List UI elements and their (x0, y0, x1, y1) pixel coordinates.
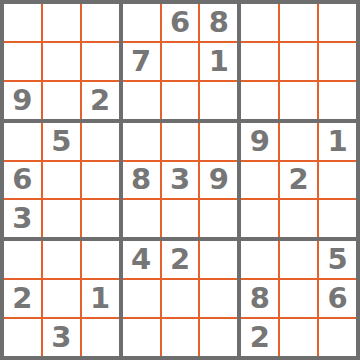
cell-r9c7[interactable]: 2 (241, 319, 278, 356)
cell-r2c6[interactable]: 1 (200, 43, 237, 80)
cell-r4c9[interactable]: 1 (319, 123, 356, 160)
cell-r1c5[interactable]: 6 (162, 4, 199, 41)
cell-r7c6[interactable] (200, 241, 237, 278)
cell-r4c6[interactable] (200, 123, 237, 160)
cell-r8c1[interactable]: 2 (4, 280, 41, 317)
cell-r8c9[interactable]: 6 (319, 280, 356, 317)
cell-r5c6[interactable]: 9 (200, 162, 237, 199)
cell-r3c3[interactable]: 2 (82, 82, 119, 119)
cell-r3c7[interactable] (241, 82, 278, 119)
cell-r6c2[interactable] (43, 200, 80, 237)
block-6: 912 (241, 123, 356, 238)
cell-r2c1[interactable] (4, 43, 41, 80)
cell-r2c9[interactable] (319, 43, 356, 80)
cell-r9c5[interactable] (162, 319, 199, 356)
cell-r9c9[interactable] (319, 319, 356, 356)
block-9: 5862 (241, 241, 356, 356)
cell-r3c9[interactable] (319, 82, 356, 119)
cell-r3c4[interactable] (123, 82, 160, 119)
block-1: 92 (4, 4, 119, 119)
cell-r4c8[interactable] (280, 123, 317, 160)
cell-r1c8[interactable] (280, 4, 317, 41)
cell-r2c8[interactable] (280, 43, 317, 80)
cell-r7c2[interactable] (43, 241, 80, 278)
block-8: 42 (123, 241, 238, 356)
cell-r1c9[interactable] (319, 4, 356, 41)
cell-r2c3[interactable] (82, 43, 119, 80)
cell-r1c4[interactable] (123, 4, 160, 41)
cell-r4c7[interactable]: 9 (241, 123, 278, 160)
cell-r8c4[interactable] (123, 280, 160, 317)
cell-r6c3[interactable] (82, 200, 119, 237)
block-7: 213 (4, 241, 119, 356)
cell-r7c9[interactable]: 5 (319, 241, 356, 278)
cell-r3c8[interactable] (280, 82, 317, 119)
cell-r9c4[interactable] (123, 319, 160, 356)
cell-r9c1[interactable] (4, 319, 41, 356)
block-2: 6871 (123, 4, 238, 119)
cell-r2c2[interactable] (43, 43, 80, 80)
cell-r7c8[interactable] (280, 241, 317, 278)
cell-r9c6[interactable] (200, 319, 237, 356)
cell-r2c4[interactable]: 7 (123, 43, 160, 80)
cell-r8c2[interactable] (43, 280, 80, 317)
cell-r1c6[interactable]: 8 (200, 4, 237, 41)
cell-r7c7[interactable] (241, 241, 278, 278)
cell-r2c7[interactable] (241, 43, 278, 80)
cell-r4c2[interactable]: 5 (43, 123, 80, 160)
cell-r1c2[interactable] (43, 4, 80, 41)
cell-r1c1[interactable] (4, 4, 41, 41)
block-5: 839 (123, 123, 238, 238)
cell-r5c9[interactable] (319, 162, 356, 199)
cell-r8c7[interactable]: 8 (241, 280, 278, 317)
cell-r7c1[interactable] (4, 241, 41, 278)
cell-r6c6[interactable] (200, 200, 237, 237)
cell-r5c8[interactable]: 2 (280, 162, 317, 199)
cell-r6c7[interactable] (241, 200, 278, 237)
cell-r5c2[interactable] (43, 162, 80, 199)
cell-r1c7[interactable] (241, 4, 278, 41)
cell-r5c5[interactable]: 3 (162, 162, 199, 199)
cell-r8c6[interactable] (200, 280, 237, 317)
cell-r6c1[interactable]: 3 (4, 200, 41, 237)
sudoku-board: 926871563839912213425862 (0, 0, 360, 360)
cell-r2c5[interactable] (162, 43, 199, 80)
cell-r6c8[interactable] (280, 200, 317, 237)
cell-r5c4[interactable]: 8 (123, 162, 160, 199)
cell-r7c3[interactable] (82, 241, 119, 278)
cell-r3c6[interactable] (200, 82, 237, 119)
cell-r4c3[interactable] (82, 123, 119, 160)
cell-r6c4[interactable] (123, 200, 160, 237)
cell-r6c5[interactable] (162, 200, 199, 237)
cell-r5c1[interactable]: 6 (4, 162, 41, 199)
cell-r7c5[interactable]: 2 (162, 241, 199, 278)
cell-r9c8[interactable] (280, 319, 317, 356)
cell-r1c3[interactable] (82, 4, 119, 41)
cell-r8c5[interactable] (162, 280, 199, 317)
cell-r8c8[interactable] (280, 280, 317, 317)
cell-r5c7[interactable] (241, 162, 278, 199)
cell-r3c5[interactable] (162, 82, 199, 119)
cell-r6c9[interactable] (319, 200, 356, 237)
cell-r8c3[interactable]: 1 (82, 280, 119, 317)
cell-r4c4[interactable] (123, 123, 160, 160)
cell-r5c3[interactable] (82, 162, 119, 199)
cell-r7c4[interactable]: 4 (123, 241, 160, 278)
cell-r4c1[interactable] (4, 123, 41, 160)
block-4: 563 (4, 123, 119, 238)
cell-r3c2[interactable] (43, 82, 80, 119)
cell-r9c2[interactable]: 3 (43, 319, 80, 356)
cell-r9c3[interactable] (82, 319, 119, 356)
cell-r3c1[interactable]: 9 (4, 82, 41, 119)
cell-r4c5[interactable] (162, 123, 199, 160)
block-3 (241, 4, 356, 119)
